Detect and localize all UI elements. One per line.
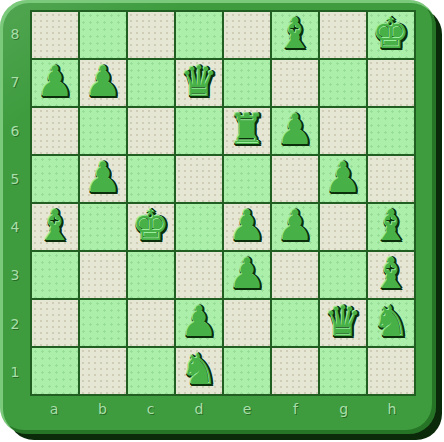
piece-green-rook-e6: ♜ <box>228 107 266 153</box>
square-e7[interactable] <box>224 60 270 106</box>
chess-app-window: 87654321 ♝♚♟♟♛♜♟♟♟♝♚♟♟♝♟♝♟♛♞♞ abcdefgh <box>0 0 444 442</box>
square-e6[interactable]: ♜ <box>224 108 270 154</box>
piece-green-queen-g2: ♛ <box>324 299 362 345</box>
rank-label-6: 6 <box>0 107 30 155</box>
square-c5[interactable] <box>128 156 174 202</box>
square-a6[interactable] <box>32 108 78 154</box>
square-b6[interactable] <box>80 108 126 154</box>
piece-green-king-h8: ♚ <box>372 11 410 57</box>
square-d4[interactable] <box>176 204 222 250</box>
square-h5[interactable] <box>368 156 414 202</box>
file-label-e: e <box>223 394 271 428</box>
square-f1[interactable] <box>272 348 318 394</box>
piece-green-pawn-f6: ♟ <box>276 107 314 153</box>
square-a1[interactable] <box>32 348 78 394</box>
square-b7[interactable]: ♟ <box>80 60 126 106</box>
square-b8[interactable] <box>80 12 126 58</box>
rank-label-3: 3 <box>0 251 30 299</box>
piece-green-king-c4: ♚ <box>132 203 170 249</box>
piece-green-queen-d7: ♛ <box>180 59 218 105</box>
square-d5[interactable] <box>176 156 222 202</box>
file-label-h: h <box>368 394 416 428</box>
square-b3[interactable] <box>80 252 126 298</box>
square-a7[interactable]: ♟ <box>32 60 78 106</box>
square-e8[interactable] <box>224 12 270 58</box>
piece-green-bishop-h4: ♝ <box>372 203 410 249</box>
square-g7[interactable] <box>320 60 366 106</box>
piece-green-pawn-e4: ♟ <box>228 203 266 249</box>
file-label-c: c <box>127 394 175 428</box>
piece-green-pawn-b5: ♟ <box>84 155 122 201</box>
square-e1[interactable] <box>224 348 270 394</box>
square-d6[interactable] <box>176 108 222 154</box>
square-e3[interactable]: ♟ <box>224 252 270 298</box>
rank-labels: 87654321 <box>0 10 30 396</box>
square-h8[interactable]: ♚ <box>368 12 414 58</box>
piece-green-pawn-d2: ♟ <box>180 299 218 345</box>
square-a4[interactable]: ♝ <box>32 204 78 250</box>
square-h7[interactable] <box>368 60 414 106</box>
piece-green-bishop-a4: ♝ <box>36 203 74 249</box>
piece-green-knight-h2: ♞ <box>372 299 410 345</box>
square-f4[interactable]: ♟ <box>272 204 318 250</box>
square-f5[interactable] <box>272 156 318 202</box>
square-g3[interactable] <box>320 252 366 298</box>
square-d1[interactable]: ♞ <box>176 348 222 394</box>
file-label-g: g <box>320 394 368 428</box>
file-label-d: d <box>175 394 223 428</box>
rank-label-8: 8 <box>0 10 30 58</box>
square-d8[interactable] <box>176 12 222 58</box>
piece-green-bishop-f8: ♝ <box>276 11 314 57</box>
file-label-b: b <box>78 394 126 428</box>
square-f6[interactable]: ♟ <box>272 108 318 154</box>
square-c4[interactable]: ♚ <box>128 204 174 250</box>
square-h6[interactable] <box>368 108 414 154</box>
square-g6[interactable] <box>320 108 366 154</box>
square-c3[interactable] <box>128 252 174 298</box>
rank-label-5: 5 <box>0 155 30 203</box>
square-b4[interactable] <box>80 204 126 250</box>
square-h1[interactable] <box>368 348 414 394</box>
file-labels: abcdefgh <box>30 394 416 428</box>
square-f3[interactable] <box>272 252 318 298</box>
square-g5[interactable]: ♟ <box>320 156 366 202</box>
file-label-f: f <box>271 394 319 428</box>
square-b5[interactable]: ♟ <box>80 156 126 202</box>
square-g8[interactable] <box>320 12 366 58</box>
square-h4[interactable]: ♝ <box>368 204 414 250</box>
square-e4[interactable]: ♟ <box>224 204 270 250</box>
square-c7[interactable] <box>128 60 174 106</box>
square-c1[interactable] <box>128 348 174 394</box>
square-b1[interactable] <box>80 348 126 394</box>
square-g1[interactable] <box>320 348 366 394</box>
square-h2[interactable]: ♞ <box>368 300 414 346</box>
piece-green-pawn-g5: ♟ <box>324 155 362 201</box>
square-e5[interactable] <box>224 156 270 202</box>
piece-green-pawn-a7: ♟ <box>36 59 74 105</box>
square-e2[interactable] <box>224 300 270 346</box>
rank-label-4: 4 <box>0 203 30 251</box>
rank-label-7: 7 <box>0 58 30 106</box>
square-a8[interactable] <box>32 12 78 58</box>
square-g2[interactable]: ♛ <box>320 300 366 346</box>
square-d3[interactable] <box>176 252 222 298</box>
chess-board[interactable]: ♝♚♟♟♛♜♟♟♟♝♚♟♟♝♟♝♟♛♞♞ <box>30 10 416 396</box>
piece-green-knight-d1: ♞ <box>180 347 218 393</box>
rank-label-1: 1 <box>0 348 30 396</box>
square-a2[interactable] <box>32 300 78 346</box>
square-f2[interactable] <box>272 300 318 346</box>
square-c8[interactable] <box>128 12 174 58</box>
square-b2[interactable] <box>80 300 126 346</box>
file-label-a: a <box>30 394 78 428</box>
square-d7[interactable]: ♛ <box>176 60 222 106</box>
square-f8[interactable]: ♝ <box>272 12 318 58</box>
rank-label-2: 2 <box>0 300 30 348</box>
piece-green-bishop-h3: ♝ <box>372 251 410 297</box>
square-g4[interactable] <box>320 204 366 250</box>
piece-green-pawn-f4: ♟ <box>276 203 314 249</box>
piece-green-pawn-b7: ♟ <box>84 59 122 105</box>
square-f7[interactable] <box>272 60 318 106</box>
square-a3[interactable] <box>32 252 78 298</box>
square-d2[interactable]: ♟ <box>176 300 222 346</box>
square-c2[interactable] <box>128 300 174 346</box>
square-c6[interactable] <box>128 108 174 154</box>
square-a5[interactable] <box>32 156 78 202</box>
piece-green-pawn-e3: ♟ <box>228 251 266 297</box>
square-h3[interactable]: ♝ <box>368 252 414 298</box>
